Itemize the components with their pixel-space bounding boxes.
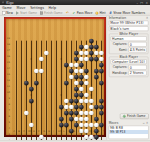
window-controls: – □ ×: [136, 1, 148, 4]
black-stone-O10: [79, 93, 84, 98]
white-stone-F16: [39, 57, 44, 62]
white-stone-P6: [84, 117, 89, 122]
row-coordinate-12: 12: [7, 80, 10, 82]
white-player-name-field: Human: [111, 36, 147, 41]
black-stone-K5: [59, 123, 64, 128]
white-stone-R5: [94, 123, 99, 128]
kigo-window: Kigo – □ × GameMoveSettingsHelp NewStart…: [0, 0, 150, 142]
black-stone-S9: [99, 99, 104, 104]
finish-game-button-label: Finish Game: [127, 115, 145, 118]
black-stone-S8: [99, 105, 104, 110]
moves-dock: Moves ▫ × 98: B R899: W P13: [107, 121, 150, 140]
black-stone-M9: [69, 99, 74, 104]
moves-float-icon[interactable]: ▫: [142, 122, 144, 125]
white-stone-P16: [84, 57, 89, 62]
row-coordinate-8: 8: [7, 104, 10, 106]
black-stone-S12: [99, 81, 104, 86]
star-point: [91, 130, 92, 131]
menu-move[interactable]: Move: [17, 6, 26, 10]
col-coordinate-R: R: [93, 130, 95, 132]
black-stone-O8: [79, 105, 84, 110]
toolbar-label: Pass Move: [77, 11, 93, 14]
window-title: Kigo: [6, 1, 136, 4]
minimize-button[interactable]: –: [136, 1, 137, 4]
black-stone-L15: [64, 63, 69, 68]
black-stone-R8: [94, 105, 99, 110]
black-stone-N7: [74, 111, 79, 116]
black-stone-R18: [94, 45, 99, 50]
black-stone-O13: [79, 75, 84, 80]
col-coordinate-Q: Q: [88, 130, 90, 132]
board-grid: [16, 41, 107, 142]
black-stone-O18: [79, 45, 84, 50]
white-stone-Q8: [89, 105, 94, 110]
black-stone-R13: [94, 75, 99, 80]
white-stone-S17: [99, 51, 104, 56]
finish-game-icon: [40, 11, 43, 14]
black-stone-N17: [74, 51, 79, 56]
toolbar-move-numbers[interactable]: #Show Move Numbers: [108, 11, 146, 15]
white-stone-M15: [69, 63, 74, 68]
white-stone-C7: [24, 111, 29, 116]
white-stone-Q9: [89, 99, 94, 104]
black-stone-N8: [74, 105, 79, 110]
black-stone-S14: [99, 69, 104, 74]
row-coordinate-3: 3: [7, 134, 10, 136]
start-game-icon: [16, 11, 19, 14]
white-stone-P10: [84, 93, 89, 98]
row-coordinate-10: 10: [7, 92, 10, 94]
white-stone-O16: [79, 57, 84, 62]
statusbar: [0, 140, 150, 142]
close-button[interactable]: ×: [145, 1, 148, 4]
black-stone-S5: [99, 123, 104, 128]
black-stone-C12: [24, 81, 29, 86]
col-coordinate-L: L: [63, 130, 64, 132]
black-stone-R6: [94, 117, 99, 122]
star-point: [31, 58, 32, 59]
turn-info-field: Black's turn: [109, 26, 148, 31]
white-stone-N15: [74, 63, 79, 68]
row-coordinate-13: 13: [7, 74, 10, 76]
document-new-icon: [2, 11, 5, 15]
black-stone-N13: [74, 75, 79, 80]
toolbar-label: New: [6, 11, 13, 14]
white-player-group: White Player Human Captures: 0 Komi: 4.5…: [109, 34, 148, 54]
toolbar-label: Show Move Numbers: [113, 11, 145, 14]
white-stone-P17: [84, 51, 89, 56]
white-stone-Q7: [89, 111, 94, 116]
col-coordinate-N: N: [73, 130, 75, 132]
white-stone-O14: [79, 69, 84, 74]
white-stone-L8: [64, 105, 69, 110]
black-player-name-field: Computer (Level 10): [111, 59, 147, 64]
row-coordinate-5: 5: [7, 122, 10, 124]
black-captures-field: 0: [128, 65, 146, 70]
toolbar-label: Start Game: [20, 11, 37, 14]
move-numbers-icon: #: [109, 11, 113, 15]
row-coordinate-15: 15: [7, 62, 10, 64]
menu-game[interactable]: Game: [2, 6, 12, 10]
white-stone-O7: [79, 111, 84, 116]
col-coordinate-B: B: [18, 130, 20, 132]
col-coordinate-D: D: [28, 130, 30, 132]
white-stone-Q5: [89, 123, 94, 128]
star-point: [61, 130, 62, 131]
col-coordinate-S: S: [98, 130, 99, 132]
hint-icon: [95, 11, 98, 14]
black-stone-E12: [34, 81, 39, 86]
white-stone-O9: [79, 99, 84, 104]
black-captures-label: Captures:: [111, 66, 128, 69]
moves-close-icon[interactable]: ×: [146, 122, 149, 125]
row-coordinate-9: 9: [7, 98, 10, 100]
toolbar-hint[interactable]: Hint: [94, 11, 106, 15]
handicap-field: 2 Stones: [128, 71, 146, 76]
black-stone-L5: [64, 123, 69, 128]
black-stone-D11: [29, 87, 34, 92]
black-stone-L7: [64, 111, 69, 116]
side-panel: Information × Move 99 (White P13) Black'…: [107, 16, 150, 140]
menu-settings[interactable]: Settings: [30, 6, 44, 10]
black-player-group: Black Player Computer (Level 10) Capture…: [109, 57, 148, 77]
handicap-label: Handicap:: [111, 71, 128, 74]
star-point: [31, 94, 32, 95]
white-stone-S16: [99, 57, 104, 62]
star-point: [61, 94, 62, 95]
black-stone-Q16: [89, 57, 94, 62]
col-coordinate-M: M: [68, 130, 70, 132]
col-coordinate-F: F: [38, 130, 39, 132]
black-stone-M6: [69, 117, 74, 122]
white-stone-Q3: [89, 135, 94, 140]
black-stone-N11: [74, 87, 79, 92]
black-stone-N9: [74, 99, 79, 104]
black-player-group-title: Black Player: [118, 55, 138, 58]
row-coordinate-17: 17: [7, 50, 10, 52]
app-icon: [2, 1, 5, 4]
col-coordinate-K: K: [58, 130, 60, 132]
white-stone-G17: [44, 51, 49, 56]
row-coordinate-6: 6: [7, 116, 10, 118]
white-stone-N6: [74, 117, 79, 122]
black-stone-Q17: [89, 51, 94, 56]
white-stone-F14: [39, 69, 44, 74]
white-stone-O5: [79, 123, 84, 128]
maximize-button[interactable]: □: [140, 1, 143, 4]
moves-dock-title: Moves: [109, 122, 119, 125]
black-stone-D9: [29, 99, 34, 104]
col-coordinate-E: E: [33, 130, 34, 132]
white-stone-P13: [84, 75, 89, 80]
row-coordinate-16: 16: [7, 56, 10, 58]
white-stone-M8: [69, 105, 74, 110]
col-coordinate-H: H: [48, 130, 50, 132]
black-stone-P14: [84, 69, 89, 74]
col-coordinate-C: C: [23, 130, 25, 132]
white-stone-L9: [64, 99, 69, 104]
toolbar-label: Finish Game: [44, 11, 62, 14]
toolbar-start-game[interactable]: Start Game: [15, 11, 38, 15]
information-dock-title: Information: [109, 17, 126, 20]
white-stone-P7: [84, 111, 89, 116]
col-coordinate-P: P: [83, 130, 84, 132]
white-stone-E14: [34, 69, 39, 74]
black-stone-Q18: [89, 45, 94, 50]
white-stone-F3: [39, 135, 44, 140]
black-stone-O15: [79, 63, 84, 68]
white-stone-O6: [79, 117, 84, 122]
col-coordinate-J: J: [53, 130, 54, 132]
go-board[interactable]: 19181716151413121110987654321ABCDEFGHJKL…: [6, 19, 104, 135]
black-stone-N10: [74, 93, 79, 98]
toolbar-pass-move[interactable]: ✔Pass Move: [71, 11, 93, 15]
komi-label: Komi:: [111, 48, 128, 51]
row-coordinate-14: 14: [7, 68, 10, 70]
white-stone-O11: [79, 87, 84, 92]
black-stone-S15: [99, 63, 104, 68]
komi-field: 4.5 Points: [128, 48, 146, 53]
toolbar-document-new[interactable]: New: [1, 11, 14, 15]
move-info-field: Move 99 (White P13): [109, 21, 148, 26]
black-stone-K8: [59, 105, 64, 110]
menu-help[interactable]: Help: [49, 6, 57, 10]
star-point: [31, 130, 32, 131]
black-stone-R3: [94, 135, 99, 140]
white-stone-P3: [84, 135, 89, 140]
row-coordinate-18: 18: [7, 44, 10, 46]
col-coordinate-G: G: [43, 130, 45, 132]
white-stone-P18: [84, 45, 89, 50]
col-coordinate-T: T: [103, 130, 104, 132]
board-frame: 19181716151413121110987654321ABCDEFGHJKL…: [4, 17, 106, 137]
row-coordinate-11: 11: [7, 86, 10, 88]
white-stone-D5: [29, 123, 34, 128]
black-stone-S7: [99, 111, 104, 116]
white-player-group-title: White Player: [118, 32, 139, 35]
star-point: [91, 94, 92, 95]
white-captures-label: Captures:: [111, 43, 128, 46]
white-stone-Q11: [89, 87, 94, 92]
col-coordinate-A: A: [13, 130, 15, 132]
black-stone-M7: [69, 111, 74, 116]
moves-list[interactable]: 98: B R899: W P13: [109, 126, 149, 139]
finish-game-button[interactable]: Finish Game: [120, 114, 149, 119]
black-stone-Q19: [89, 39, 94, 44]
white-stone-P5: [84, 123, 89, 128]
move-list-item[interactable]: 99: W P13: [109, 130, 148, 134]
row-coordinate-7: 7: [7, 110, 10, 112]
black-stone-N5: [74, 123, 79, 128]
pass-move-icon: ✔: [72, 11, 76, 15]
white-stone-P9: [84, 99, 89, 104]
white-stone-O17: [79, 51, 84, 56]
white-stone-R17: [94, 51, 99, 56]
white-stone-M13: [69, 75, 74, 80]
white-stone-P12: [84, 81, 89, 86]
black-stone-O12: [79, 81, 84, 86]
black-stone-K6: [59, 117, 64, 122]
col-coordinate-O: O: [78, 130, 80, 132]
finish-game-button-icon: [123, 115, 126, 118]
information-close-icon[interactable]: ×: [146, 17, 149, 20]
white-stone-N14: [74, 69, 79, 74]
white-stone-N12: [74, 81, 79, 86]
star-point: [61, 58, 62, 59]
row-coordinate-19: 19: [7, 38, 10, 40]
black-stone-M14: [69, 69, 74, 74]
black-stone-N16: [74, 57, 79, 62]
toolbar-label: Hint: [99, 11, 105, 14]
black-stone-R14: [94, 69, 99, 74]
toolbar-undo[interactable]: ↶: [65, 11, 71, 15]
undo-icon: ↶: [66, 11, 70, 15]
black-stone-L12: [64, 81, 69, 86]
toolbar-finish-game[interactable]: Finish Game: [39, 11, 63, 15]
white-captures-field: 0: [128, 42, 146, 47]
black-stone-R16: [94, 57, 99, 62]
row-coordinate-4: 4: [7, 128, 10, 130]
